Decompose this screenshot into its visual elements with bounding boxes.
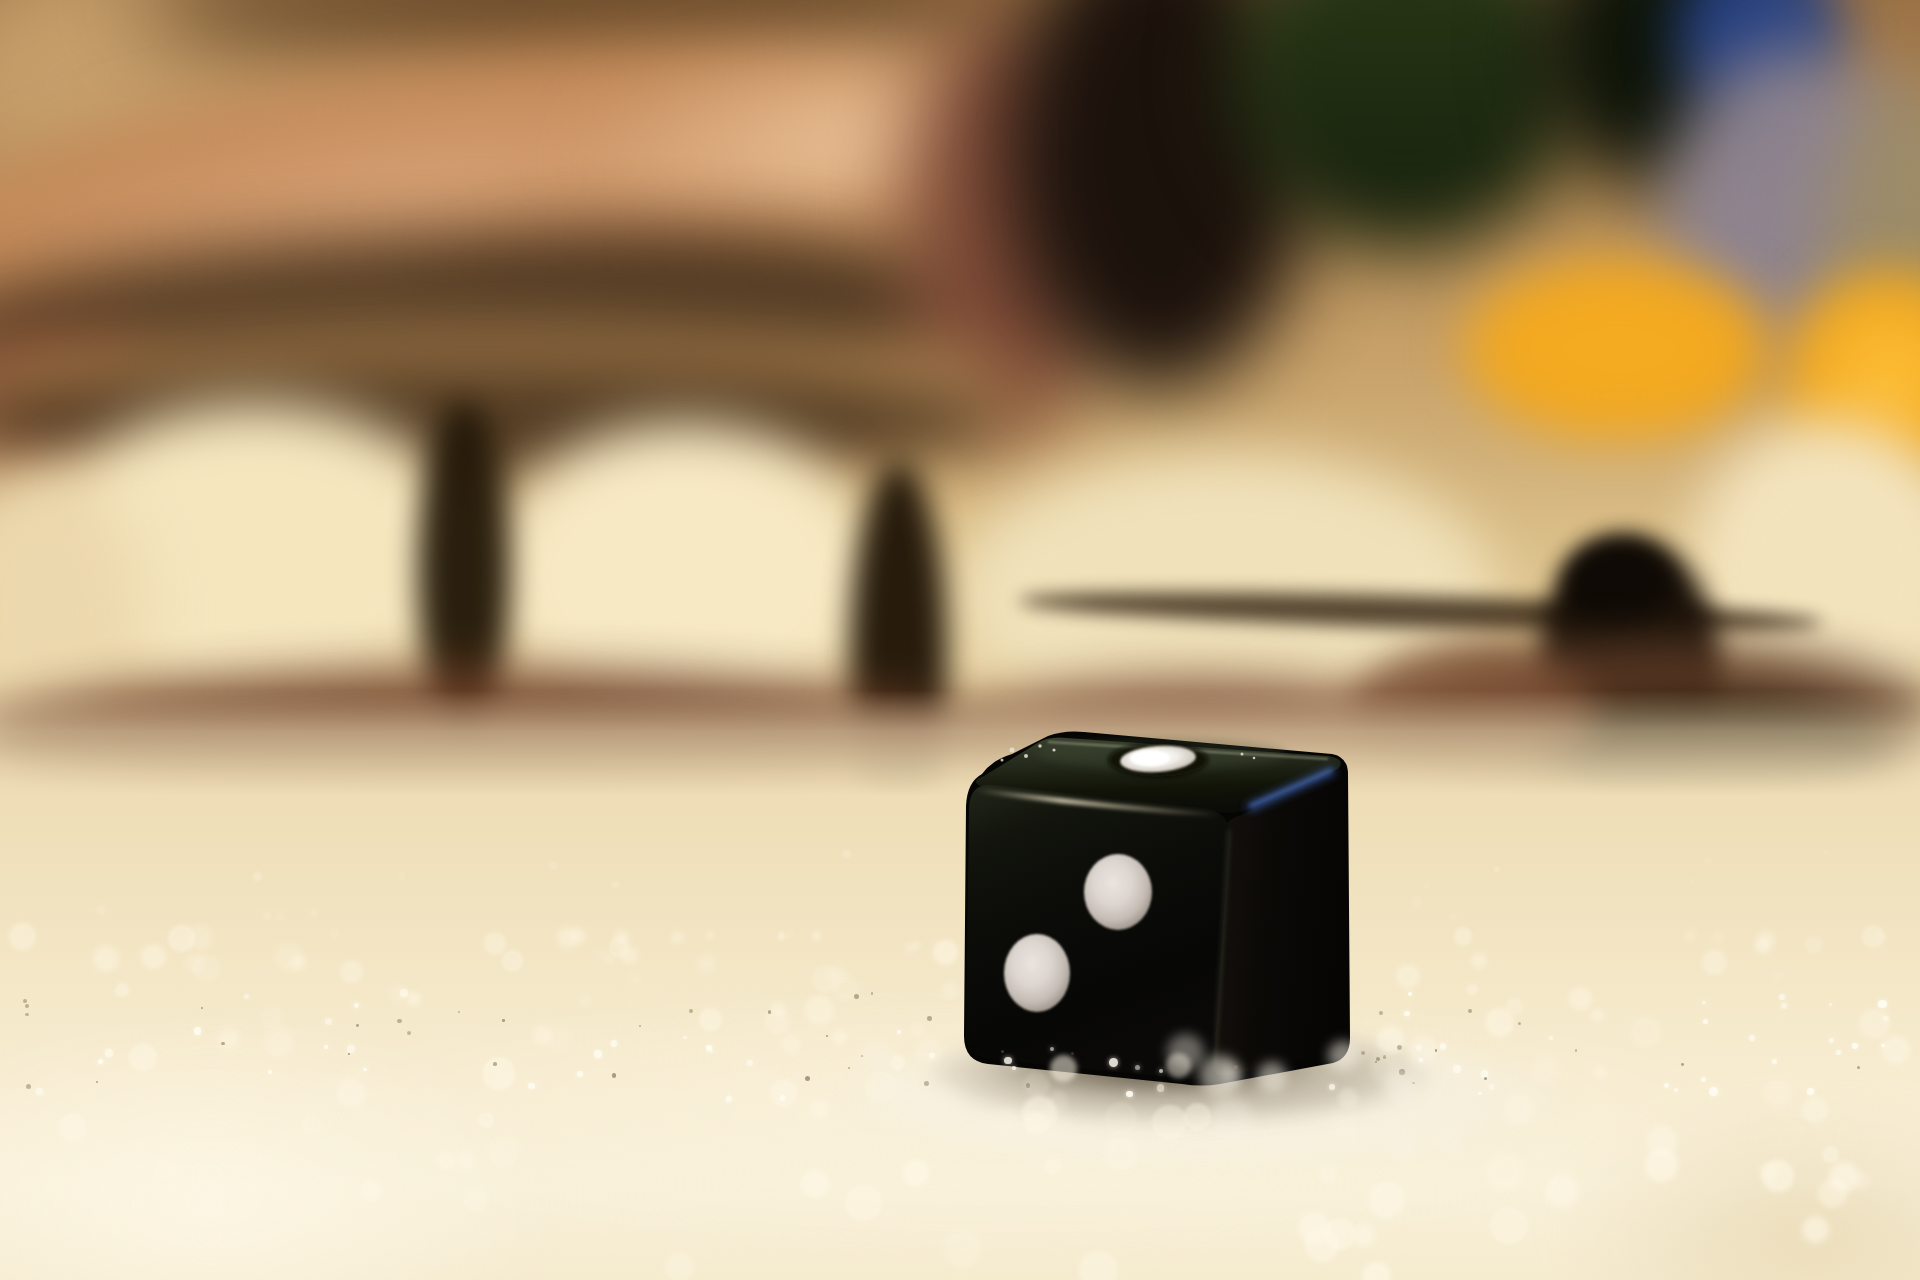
die-top-pip-specular (1130, 750, 1170, 766)
die-pip (1084, 854, 1152, 930)
die (952, 720, 1382, 1095)
die-front-face (966, 785, 1229, 1080)
dust-speck (1010, 748, 1015, 753)
dust-speck (1001, 759, 1004, 762)
photo-scene (0, 0, 1920, 1280)
bg-amber-glass-left (1452, 252, 1787, 447)
dust-speck (1038, 744, 1042, 748)
dust-speck (1052, 748, 1055, 751)
dust-speck (1024, 754, 1028, 758)
dust-speck (1241, 753, 1244, 756)
bg-peg-right-cap (1562, 538, 1674, 630)
dust-speck (1253, 757, 1256, 760)
die-pip (1004, 934, 1070, 1012)
